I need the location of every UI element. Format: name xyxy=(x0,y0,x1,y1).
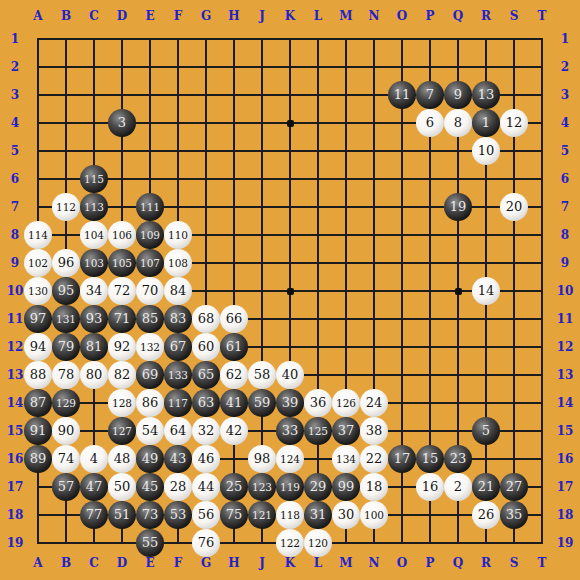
stone-black-P3: 7 xyxy=(416,81,444,109)
col-label-top-L: L xyxy=(308,8,328,24)
stone-black-C18: 77 xyxy=(80,501,108,529)
stone-white-P4: 6 xyxy=(416,109,444,137)
col-label-top-T: T xyxy=(532,8,552,24)
col-label-bottom-R: R xyxy=(476,555,496,571)
stone-white-B9: 96 xyxy=(52,249,80,277)
stone-black-K14: 39 xyxy=(276,389,304,417)
grid-line-vertical xyxy=(541,38,543,544)
row-label-left-7: 7 xyxy=(1,199,29,215)
row-label-left-18: 18 xyxy=(1,507,29,523)
stone-black-E9: 107 xyxy=(136,249,164,277)
stone-black-C7: 113 xyxy=(80,193,108,221)
stone-black-J17: 123 xyxy=(248,473,276,501)
stone-black-O16: 17 xyxy=(388,445,416,473)
stone-black-E11: 85 xyxy=(136,305,164,333)
col-label-top-K: K xyxy=(280,8,300,24)
stone-white-S4: 12 xyxy=(500,109,528,137)
stone-black-H18: 75 xyxy=(220,501,248,529)
row-label-right-6: 6 xyxy=(551,171,579,187)
stone-black-M17: 99 xyxy=(332,473,360,501)
col-label-bottom-E: E xyxy=(140,555,160,571)
row-label-right-4: 4 xyxy=(551,115,579,131)
row-label-right-9: 9 xyxy=(551,255,579,271)
row-label-right-2: 2 xyxy=(551,59,579,75)
stone-black-L17: 29 xyxy=(304,473,332,501)
col-label-top-C: C xyxy=(84,8,104,24)
col-label-top-R: R xyxy=(476,8,496,24)
col-label-top-S: S xyxy=(504,8,524,24)
col-label-bottom-Q: Q xyxy=(448,555,468,571)
stone-white-G18: 56 xyxy=(192,501,220,529)
stone-white-R10: 14 xyxy=(472,277,500,305)
stone-white-G17: 44 xyxy=(192,473,220,501)
stone-black-D9: 105 xyxy=(108,249,136,277)
stone-black-R15: 5 xyxy=(472,417,500,445)
stone-black-B12: 79 xyxy=(52,333,80,361)
stone-black-C9: 103 xyxy=(80,249,108,277)
stone-white-J13: 58 xyxy=(248,361,276,389)
col-label-top-N: N xyxy=(364,8,384,24)
stone-white-B13: 78 xyxy=(52,361,80,389)
stone-black-A14: 87 xyxy=(24,389,52,417)
stone-black-B10: 95 xyxy=(52,277,80,305)
row-label-left-2: 2 xyxy=(1,59,29,75)
stone-black-F18: 53 xyxy=(164,501,192,529)
stone-black-K15: 33 xyxy=(276,417,304,445)
row-label-right-13: 13 xyxy=(551,367,579,383)
stone-black-H14: 41 xyxy=(220,389,248,417)
stone-black-P16: 15 xyxy=(416,445,444,473)
stone-white-M14: 126 xyxy=(332,389,360,417)
row-label-right-8: 8 xyxy=(551,227,579,243)
stone-white-D14: 128 xyxy=(108,389,136,417)
row-label-left-17: 17 xyxy=(1,479,29,495)
row-label-left-4: 4 xyxy=(1,115,29,131)
stone-white-A13: 88 xyxy=(24,361,52,389)
stone-black-K17: 119 xyxy=(276,473,304,501)
stone-white-N14: 24 xyxy=(360,389,388,417)
col-label-bottom-B: B xyxy=(56,555,76,571)
col-label-bottom-D: D xyxy=(112,555,132,571)
stone-white-K18: 118 xyxy=(276,501,304,529)
stone-white-E10: 70 xyxy=(136,277,164,305)
stone-black-F16: 43 xyxy=(164,445,192,473)
row-label-right-5: 5 xyxy=(551,143,579,159)
stone-black-O3: 11 xyxy=(388,81,416,109)
stone-black-H12: 61 xyxy=(220,333,248,361)
stone-black-G13: 65 xyxy=(192,361,220,389)
stone-white-E12: 132 xyxy=(136,333,164,361)
stone-black-R3: 13 xyxy=(472,81,500,109)
star-point-Q10 xyxy=(455,288,462,295)
stone-black-B17: 57 xyxy=(52,473,80,501)
col-label-bottom-G: G xyxy=(196,555,216,571)
stone-black-E8: 109 xyxy=(136,221,164,249)
stone-white-P17: 16 xyxy=(416,473,444,501)
stone-black-R4: 1 xyxy=(472,109,500,137)
stone-white-L19: 120 xyxy=(304,529,332,557)
stone-black-H17: 25 xyxy=(220,473,248,501)
stone-white-F17: 28 xyxy=(164,473,192,501)
row-label-right-12: 12 xyxy=(551,339,579,355)
stone-white-C10: 34 xyxy=(80,277,108,305)
stone-black-C17: 47 xyxy=(80,473,108,501)
stone-black-J14: 59 xyxy=(248,389,276,417)
stone-black-C6: 115 xyxy=(80,165,108,193)
row-label-right-16: 16 xyxy=(551,451,579,467)
col-label-bottom-H: H xyxy=(224,555,244,571)
stone-black-C11: 93 xyxy=(80,305,108,333)
stone-white-Q17: 2 xyxy=(444,473,472,501)
col-label-top-P: P xyxy=(420,8,440,24)
stone-black-B14: 129 xyxy=(52,389,80,417)
stone-black-A16: 89 xyxy=(24,445,52,473)
row-label-right-10: 10 xyxy=(551,283,579,299)
stone-white-D8: 106 xyxy=(108,221,136,249)
row-label-right-17: 17 xyxy=(551,479,579,495)
stone-black-A11: 97 xyxy=(24,305,52,333)
stone-white-S7: 20 xyxy=(500,193,528,221)
stone-black-G14: 63 xyxy=(192,389,220,417)
stone-black-F12: 67 xyxy=(164,333,192,361)
row-label-right-14: 14 xyxy=(551,395,579,411)
stone-white-D13: 82 xyxy=(108,361,136,389)
stone-black-D4: 3 xyxy=(108,109,136,137)
stone-white-N17: 18 xyxy=(360,473,388,501)
stone-white-J16: 98 xyxy=(248,445,276,473)
col-label-top-J: J xyxy=(252,8,272,24)
stone-white-G16: 46 xyxy=(192,445,220,473)
stone-white-K19: 122 xyxy=(276,529,304,557)
col-label-top-H: H xyxy=(224,8,244,24)
col-label-bottom-M: M xyxy=(336,555,356,571)
stone-white-C16: 4 xyxy=(80,445,108,473)
row-label-left-3: 3 xyxy=(1,87,29,103)
col-label-bottom-A: A xyxy=(28,555,48,571)
col-label-bottom-T: T xyxy=(532,555,552,571)
stone-white-M16: 134 xyxy=(332,445,360,473)
stone-white-K16: 124 xyxy=(276,445,304,473)
row-label-left-6: 6 xyxy=(1,171,29,187)
stone-black-E18: 73 xyxy=(136,501,164,529)
row-label-left-5: 5 xyxy=(1,143,29,159)
row-label-right-18: 18 xyxy=(551,507,579,523)
stone-black-Q7: 19 xyxy=(444,193,472,221)
stone-white-M18: 30 xyxy=(332,501,360,529)
stone-black-M15: 37 xyxy=(332,417,360,445)
col-label-bottom-N: N xyxy=(364,555,384,571)
stone-black-E7: 111 xyxy=(136,193,164,221)
col-label-bottom-O: O xyxy=(392,555,412,571)
stone-black-R17: 21 xyxy=(472,473,500,501)
stone-black-D11: 71 xyxy=(108,305,136,333)
stone-white-C8: 104 xyxy=(80,221,108,249)
stone-white-B7: 112 xyxy=(52,193,80,221)
col-label-bottom-C: C xyxy=(84,555,104,571)
stone-white-F15: 64 xyxy=(164,417,192,445)
grid-line-vertical xyxy=(317,38,319,544)
stone-white-G11: 68 xyxy=(192,305,220,333)
stone-white-G15: 32 xyxy=(192,417,220,445)
col-label-top-G: G xyxy=(196,8,216,24)
stone-white-D12: 92 xyxy=(108,333,136,361)
col-label-bottom-L: L xyxy=(308,555,328,571)
stone-white-H13: 62 xyxy=(220,361,248,389)
stone-black-Q3: 9 xyxy=(444,81,472,109)
row-label-right-15: 15 xyxy=(551,423,579,439)
stone-white-A12: 94 xyxy=(24,333,52,361)
stone-white-B16: 74 xyxy=(52,445,80,473)
col-label-bottom-S: S xyxy=(504,555,524,571)
stone-white-G19: 76 xyxy=(192,529,220,557)
stone-white-F8: 110 xyxy=(164,221,192,249)
stone-white-E14: 86 xyxy=(136,389,164,417)
stone-white-A9: 102 xyxy=(24,249,52,277)
col-label-top-E: E xyxy=(140,8,160,24)
stone-black-A15: 91 xyxy=(24,417,52,445)
row-label-right-1: 1 xyxy=(551,31,579,47)
stone-white-A8: 114 xyxy=(24,221,52,249)
stone-black-B11: 131 xyxy=(52,305,80,333)
stone-white-N15: 38 xyxy=(360,417,388,445)
stone-white-B15: 90 xyxy=(52,417,80,445)
stone-black-S18: 35 xyxy=(500,501,528,529)
stone-black-E19: 55 xyxy=(136,529,164,557)
col-label-top-F: F xyxy=(168,8,188,24)
stone-white-D17: 50 xyxy=(108,473,136,501)
stone-white-H11: 66 xyxy=(220,305,248,333)
stone-white-A10: 130 xyxy=(24,277,52,305)
col-label-bottom-P: P xyxy=(420,555,440,571)
col-label-top-D: D xyxy=(112,8,132,24)
row-label-left-1: 1 xyxy=(1,31,29,47)
col-label-bottom-F: F xyxy=(168,555,188,571)
stone-white-D10: 72 xyxy=(108,277,136,305)
stone-black-C12: 81 xyxy=(80,333,108,361)
go-board-diagram: AABBCCDDEEFFGGHHJJKKLLMMNNOOPPQQRRSSTT11… xyxy=(0,0,580,580)
row-label-left-19: 19 xyxy=(1,535,29,551)
stone-black-Q16: 23 xyxy=(444,445,472,473)
stone-black-F13: 133 xyxy=(164,361,192,389)
col-label-top-O: O xyxy=(392,8,412,24)
stone-black-S17: 27 xyxy=(500,473,528,501)
col-label-top-M: M xyxy=(336,8,356,24)
stone-white-N18: 100 xyxy=(360,501,388,529)
stone-black-J18: 121 xyxy=(248,501,276,529)
col-label-bottom-K: K xyxy=(280,555,300,571)
stone-black-E13: 69 xyxy=(136,361,164,389)
stone-white-N16: 22 xyxy=(360,445,388,473)
col-label-top-Q: Q xyxy=(448,8,468,24)
star-point-K4 xyxy=(287,120,294,127)
stone-white-K13: 40 xyxy=(276,361,304,389)
stone-black-D15: 127 xyxy=(108,417,136,445)
row-label-right-11: 11 xyxy=(551,311,579,327)
stone-black-F14: 117 xyxy=(164,389,192,417)
stone-white-D16: 48 xyxy=(108,445,136,473)
stone-white-Q4: 8 xyxy=(444,109,472,137)
stone-black-L15: 125 xyxy=(304,417,332,445)
star-point-K10 xyxy=(287,288,294,295)
stone-white-H15: 42 xyxy=(220,417,248,445)
row-label-right-7: 7 xyxy=(551,199,579,215)
stone-white-R5: 10 xyxy=(472,137,500,165)
col-label-top-B: B xyxy=(56,8,76,24)
stone-black-E16: 49 xyxy=(136,445,164,473)
stone-white-L14: 36 xyxy=(304,389,332,417)
stone-black-E17: 45 xyxy=(136,473,164,501)
col-label-bottom-J: J xyxy=(252,555,272,571)
stone-black-L18: 31 xyxy=(304,501,332,529)
stone-white-G12: 60 xyxy=(192,333,220,361)
stone-black-F11: 83 xyxy=(164,305,192,333)
col-label-top-A: A xyxy=(28,8,48,24)
stone-white-C13: 80 xyxy=(80,361,108,389)
stone-white-R18: 26 xyxy=(472,501,500,529)
stone-white-F10: 84 xyxy=(164,277,192,305)
stone-black-D18: 51 xyxy=(108,501,136,529)
stone-white-F9: 108 xyxy=(164,249,192,277)
stone-white-E15: 54 xyxy=(136,417,164,445)
row-label-right-19: 19 xyxy=(551,535,579,551)
row-label-right-3: 3 xyxy=(551,87,579,103)
